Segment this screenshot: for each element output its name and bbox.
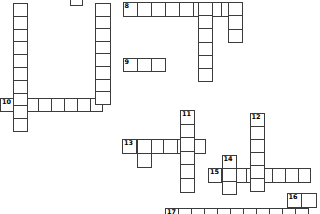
crossword-cell[interactable] <box>95 53 111 67</box>
clue-number-8: 8 <box>125 3 130 10</box>
crossword-cell[interactable] <box>137 2 152 17</box>
crossword-cell[interactable] <box>180 178 195 193</box>
crossword-cell[interactable] <box>204 208 218 214</box>
crossword-cell[interactable] <box>256 208 270 214</box>
crossword-cell[interactable] <box>38 98 52 112</box>
crossword-cell[interactable] <box>13 93 28 107</box>
crossword-cell[interactable] <box>13 3 28 17</box>
crossword-cell[interactable] <box>151 58 166 73</box>
across-9-word: 9 <box>123 58 166 73</box>
crossword-cell[interactable] <box>228 2 243 16</box>
crossword-cell[interactable] <box>228 15 243 29</box>
crossword-cell[interactable] <box>151 2 166 17</box>
crossword-cell[interactable] <box>95 41 111 55</box>
crossword-cell[interactable] <box>77 98 91 112</box>
crossword-cell[interactable] <box>13 67 28 81</box>
crossword-cell[interactable] <box>180 137 195 152</box>
crossword-cell[interactable] <box>51 98 65 112</box>
crossword-cell[interactable] <box>250 152 266 166</box>
down-unnumbered-a-word <box>13 3 28 132</box>
clue-number-10: 10 <box>2 99 11 106</box>
clue-number-17: 17 <box>167 209 176 214</box>
crossword-cell[interactable]: 8 <box>123 2 138 17</box>
crossword-cell[interactable] <box>272 168 286 183</box>
crossword-cell[interactable]: 12 <box>250 113 266 127</box>
clue-number-13: 13 <box>124 140 133 147</box>
across-16-word: 16 <box>287 193 318 208</box>
down-unnumbered-c-word <box>95 3 111 105</box>
crossword-cell[interactable] <box>298 168 312 183</box>
crossword-cell[interactable] <box>165 2 180 17</box>
crossword-cell[interactable] <box>13 118 28 132</box>
down-unnumbered-g-word <box>137 139 152 168</box>
crossword-cell[interactable] <box>180 164 195 179</box>
crossword-cell[interactable]: 10 <box>0 98 14 112</box>
crossword-cell[interactable] <box>95 79 111 93</box>
crossword-cell[interactable] <box>95 28 111 42</box>
crossword-cell[interactable] <box>137 153 152 168</box>
crossword-cell[interactable] <box>198 2 213 16</box>
crossword-cell[interactable] <box>95 16 111 30</box>
crossword-cell[interactable]: 13 <box>122 139 137 154</box>
crossword-cell[interactable] <box>250 165 266 179</box>
crossword-cell[interactable] <box>95 66 111 80</box>
crossword-cell[interactable] <box>13 80 28 94</box>
crossword-cell[interactable] <box>70 0 83 6</box>
down-unnumbered-f-word <box>228 2 243 43</box>
crossword-cell[interactable] <box>178 208 192 214</box>
crossword-cell[interactable] <box>198 42 213 56</box>
crossword-cell[interactable] <box>13 105 28 119</box>
cut-cell-fragment-top-word <box>70 0 83 6</box>
clue-number-11: 11 <box>182 111 191 118</box>
crossword-cell[interactable]: 15 <box>208 168 222 183</box>
crossword-cell[interactable] <box>179 2 194 17</box>
crossword-cell[interactable]: 9 <box>123 58 138 73</box>
crossword-cell[interactable] <box>95 3 111 17</box>
crossword-cell[interactable] <box>180 124 195 139</box>
crossword-cell[interactable] <box>198 15 213 29</box>
crossword-cell[interactable] <box>95 91 111 105</box>
crossword-cell[interactable] <box>250 126 266 140</box>
crossword-cell[interactable]: 14 <box>222 155 237 169</box>
clue-number-14: 14 <box>224 156 233 163</box>
crossword-cell[interactable] <box>250 178 266 192</box>
crossword-cell[interactable] <box>222 168 237 182</box>
crossword-cell[interactable] <box>295 208 309 214</box>
clue-number-9: 9 <box>125 59 130 66</box>
crossword-cell[interactable] <box>13 54 28 68</box>
crossword-cell[interactable] <box>191 208 205 214</box>
crossword-cell[interactable]: 11 <box>180 110 195 125</box>
across-8-word: 8 <box>123 2 236 17</box>
clue-number-16: 16 <box>289 194 298 201</box>
down-unnumbered-e-word <box>198 2 213 82</box>
crossword-cell[interactable] <box>13 16 28 30</box>
down-14-word: 14 <box>222 155 237 196</box>
crossword-cell[interactable]: 16 <box>287 193 303 208</box>
crossword-cell[interactable] <box>137 139 152 154</box>
crossword-cell[interactable] <box>13 41 28 55</box>
clue-number-12: 12 <box>252 114 261 121</box>
crossword-cell[interactable] <box>198 55 213 69</box>
crossword-cell[interactable] <box>228 29 243 43</box>
crossword-board: 891013151617111214 <box>0 0 320 214</box>
crossword-cell[interactable] <box>13 29 28 43</box>
crossword-cell[interactable] <box>217 208 231 214</box>
across-17-word: 17 <box>165 208 309 214</box>
crossword-cell[interactable]: 17 <box>165 208 179 214</box>
crossword-cell[interactable] <box>222 181 237 195</box>
crossword-cell[interactable] <box>250 139 266 153</box>
crossword-cell[interactable] <box>137 58 152 73</box>
crossword-cell[interactable] <box>230 208 244 214</box>
crossword-cell[interactable] <box>269 208 283 214</box>
down-12-word: 12 <box>250 113 266 192</box>
crossword-cell[interactable] <box>198 68 213 82</box>
crossword-cell[interactable] <box>163 139 178 154</box>
crossword-cell[interactable] <box>282 208 296 214</box>
crossword-cell[interactable] <box>198 28 213 42</box>
crossword-cell[interactable] <box>243 208 257 214</box>
down-11-word: 11 <box>180 110 195 193</box>
clue-number-15: 15 <box>210 169 219 176</box>
crossword-cell[interactable] <box>180 151 195 166</box>
crossword-cell[interactable] <box>301 193 317 208</box>
crossword-cell[interactable] <box>285 168 299 183</box>
crossword-cell[interactable] <box>64 98 78 112</box>
